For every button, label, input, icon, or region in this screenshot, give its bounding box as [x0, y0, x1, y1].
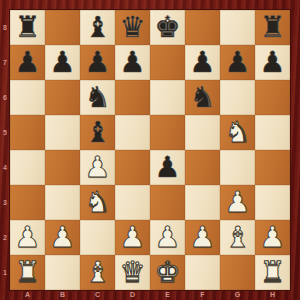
square-e7[interactable] — [150, 45, 185, 80]
square-a5[interactable] — [10, 115, 45, 150]
square-f1[interactable] — [185, 255, 220, 290]
square-e1[interactable]: ♚ — [150, 255, 185, 290]
square-h6[interactable] — [255, 80, 290, 115]
square-e4[interactable]: ♟ — [150, 150, 185, 185]
square-g6[interactable] — [220, 80, 255, 115]
piece-black-pawn[interactable]: ♟ — [225, 45, 251, 80]
square-b3[interactable] — [45, 185, 80, 220]
square-f4[interactable] — [185, 150, 220, 185]
square-a2[interactable]: ♟ — [10, 220, 45, 255]
rank-label-3: 3 — [0, 185, 10, 220]
piece-black-pawn[interactable]: ♟ — [50, 45, 76, 80]
rank-label-4: 4 — [0, 150, 10, 185]
file-label-b: B — [45, 289, 80, 300]
piece-white-knight[interactable]: ♞ — [225, 115, 251, 150]
square-a1[interactable]: ♜ — [10, 255, 45, 290]
file-label-h: H — [255, 289, 290, 300]
piece-white-pawn[interactable]: ♟ — [260, 220, 286, 255]
rank-label-1: 1 — [0, 255, 10, 290]
piece-black-king[interactable]: ♚ — [155, 10, 181, 45]
file-label-f: F — [185, 289, 220, 300]
square-c6[interactable]: ♞ — [80, 80, 115, 115]
rank-label-5: 5 — [0, 115, 10, 150]
square-a4[interactable] — [10, 150, 45, 185]
square-g1[interactable] — [220, 255, 255, 290]
chess-board-frame: 87654321 ♜♝♛♚♜♟♟♟♟♟♟♟♞♞♝♞♟♟♞♟♟♟♟♟♟♝♟♜♝♛♚… — [0, 0, 300, 300]
piece-white-rook[interactable]: ♜ — [260, 255, 286, 290]
square-e6[interactable] — [150, 80, 185, 115]
file-label-e: E — [150, 289, 185, 300]
file-label-g: G — [220, 289, 255, 300]
square-d6[interactable] — [115, 80, 150, 115]
piece-white-king[interactable]: ♚ — [155, 255, 181, 290]
rank-label-2: 2 — [0, 220, 10, 255]
square-a7[interactable]: ♟ — [10, 45, 45, 80]
piece-black-bishop[interactable]: ♝ — [85, 10, 111, 45]
square-g2[interactable]: ♝ — [220, 220, 255, 255]
square-h5[interactable] — [255, 115, 290, 150]
square-h8[interactable]: ♜ — [255, 10, 290, 45]
square-a8[interactable]: ♜ — [10, 10, 45, 45]
square-a3[interactable] — [10, 185, 45, 220]
rank-label-7: 7 — [0, 45, 10, 80]
piece-white-pawn[interactable]: ♟ — [120, 220, 146, 255]
piece-black-rook[interactable]: ♜ — [15, 10, 41, 45]
square-e3[interactable] — [150, 185, 185, 220]
file-labels: ABCDEFGH — [10, 289, 290, 300]
piece-black-pawn[interactable]: ♟ — [15, 45, 41, 80]
square-h2[interactable]: ♟ — [255, 220, 290, 255]
square-f8[interactable] — [185, 10, 220, 45]
square-b1[interactable] — [45, 255, 80, 290]
square-g8[interactable] — [220, 10, 255, 45]
square-b5[interactable] — [45, 115, 80, 150]
piece-black-knight[interactable]: ♞ — [190, 80, 216, 115]
square-d7[interactable]: ♟ — [115, 45, 150, 80]
square-a6[interactable] — [10, 80, 45, 115]
square-c1[interactable]: ♝ — [80, 255, 115, 290]
square-h1[interactable]: ♜ — [255, 255, 290, 290]
square-h7[interactable]: ♟ — [255, 45, 290, 80]
square-e8[interactable]: ♚ — [150, 10, 185, 45]
square-f2[interactable]: ♟ — [185, 220, 220, 255]
piece-white-bishop[interactable]: ♝ — [225, 220, 251, 255]
square-g3[interactable]: ♟ — [220, 185, 255, 220]
piece-white-pawn[interactable]: ♟ — [15, 220, 41, 255]
piece-white-pawn[interactable]: ♟ — [225, 185, 251, 220]
piece-black-pawn[interactable]: ♟ — [260, 45, 286, 80]
square-e5[interactable] — [150, 115, 185, 150]
square-h3[interactable] — [255, 185, 290, 220]
square-b4[interactable] — [45, 150, 80, 185]
board-grid: ♜♝♛♚♜♟♟♟♟♟♟♟♞♞♝♞♟♟♞♟♟♟♟♟♟♝♟♜♝♛♚♜ — [10, 10, 290, 290]
square-f3[interactable] — [185, 185, 220, 220]
file-label-c: C — [80, 289, 115, 300]
square-d4[interactable] — [115, 150, 150, 185]
square-g4[interactable] — [220, 150, 255, 185]
square-c2[interactable] — [80, 220, 115, 255]
piece-black-pawn[interactable]: ♟ — [120, 45, 146, 80]
piece-black-pawn[interactable]: ♟ — [190, 45, 216, 80]
piece-black-rook[interactable]: ♜ — [260, 10, 286, 45]
piece-white-knight[interactable]: ♞ — [85, 185, 111, 220]
piece-black-queen[interactable]: ♛ — [120, 10, 146, 45]
square-f5[interactable] — [185, 115, 220, 150]
square-b6[interactable] — [45, 80, 80, 115]
rank-label-6: 6 — [0, 80, 10, 115]
rank-labels: 87654321 — [0, 10, 10, 290]
piece-black-pawn[interactable]: ♟ — [155, 150, 181, 185]
square-h4[interactable] — [255, 150, 290, 185]
piece-white-pawn[interactable]: ♟ — [155, 220, 181, 255]
square-d5[interactable] — [115, 115, 150, 150]
square-c5[interactable]: ♝ — [80, 115, 115, 150]
piece-white-pawn[interactable]: ♟ — [85, 150, 111, 185]
square-d1[interactable]: ♛ — [115, 255, 150, 290]
square-f6[interactable]: ♞ — [185, 80, 220, 115]
square-g7[interactable]: ♟ — [220, 45, 255, 80]
piece-black-knight[interactable]: ♞ — [85, 80, 111, 115]
file-label-a: A — [10, 289, 45, 300]
square-d3[interactable] — [115, 185, 150, 220]
file-label-d: D — [115, 289, 150, 300]
square-c4[interactable]: ♟ — [80, 150, 115, 185]
rank-label-8: 8 — [0, 10, 10, 45]
piece-black-bishop[interactable]: ♝ — [85, 115, 111, 150]
square-d2[interactable]: ♟ — [115, 220, 150, 255]
square-c8[interactable]: ♝ — [80, 10, 115, 45]
square-c3[interactable]: ♞ — [80, 185, 115, 220]
square-g5[interactable]: ♞ — [220, 115, 255, 150]
square-b2[interactable]: ♟ — [45, 220, 80, 255]
square-b7[interactable]: ♟ — [45, 45, 80, 80]
square-e2[interactable]: ♟ — [150, 220, 185, 255]
square-f7[interactable]: ♟ — [185, 45, 220, 80]
square-c7[interactable]: ♟ — [80, 45, 115, 80]
piece-white-rook[interactable]: ♜ — [15, 255, 41, 290]
piece-white-queen[interactable]: ♛ — [120, 255, 146, 290]
piece-white-pawn[interactable]: ♟ — [50, 220, 76, 255]
square-d8[interactable]: ♛ — [115, 10, 150, 45]
piece-black-pawn[interactable]: ♟ — [85, 45, 111, 80]
piece-white-bishop[interactable]: ♝ — [85, 255, 111, 290]
piece-white-pawn[interactable]: ♟ — [190, 220, 216, 255]
square-b8[interactable] — [45, 10, 80, 45]
